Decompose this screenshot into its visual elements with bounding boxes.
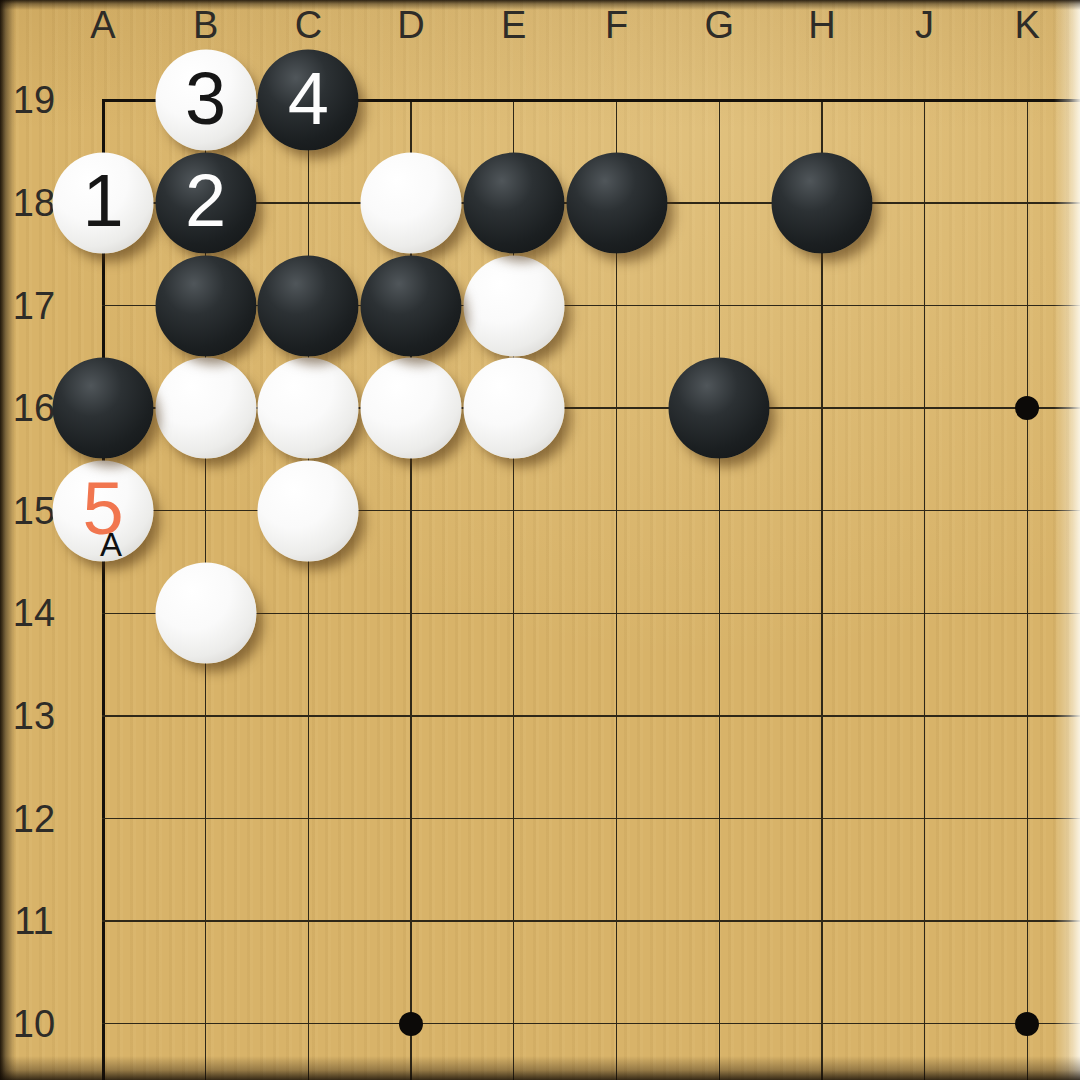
- go-app-screenshot: ABCDEFGHJK19181716151413121110 31542 A: [0, 0, 1080, 1080]
- annotations: A: [0, 0, 1080, 1080]
- point-label-A: A: [100, 527, 122, 560]
